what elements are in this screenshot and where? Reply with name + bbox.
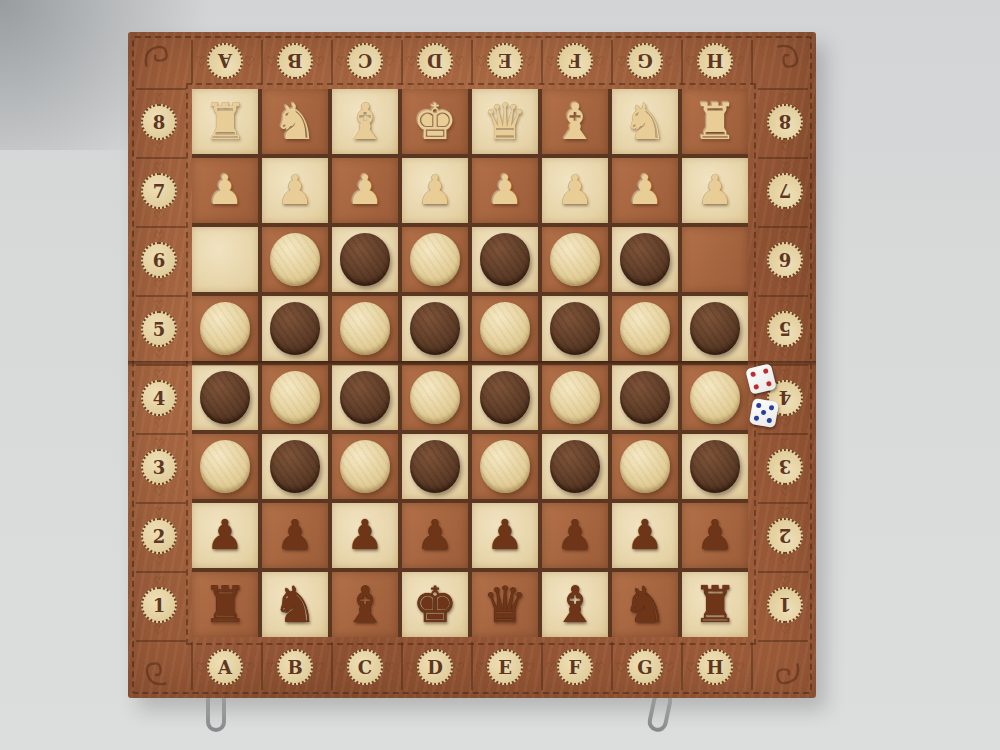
square-f3 xyxy=(542,434,608,499)
rank-label-left-7: 7 xyxy=(141,173,177,209)
scroll-ornament: ♡ xyxy=(685,660,697,675)
border-separator xyxy=(136,502,186,504)
dark-checker-d5 xyxy=(410,302,460,355)
border-separator xyxy=(758,88,808,90)
border-separator xyxy=(758,502,808,504)
square-h5 xyxy=(682,296,748,361)
border-separator xyxy=(541,40,543,84)
scroll-ornament: ♡ xyxy=(615,54,627,69)
white-pawn-e7: ♟ xyxy=(487,170,524,211)
light-checker-e3 xyxy=(480,440,530,493)
scroll-ornament: ♡ xyxy=(663,660,675,675)
die-pip xyxy=(753,416,759,422)
rank-label-right-7: 7 xyxy=(767,173,803,209)
file-label-top-b: B xyxy=(277,43,313,79)
scroll-ornament: ♡ xyxy=(453,660,465,675)
border-separator xyxy=(611,40,613,84)
rank-label-right-1: 1 xyxy=(767,587,803,623)
light-checker-d6 xyxy=(410,233,460,286)
square-b6 xyxy=(262,227,328,292)
square-c3 xyxy=(332,434,398,499)
square-a7: ♟ xyxy=(192,158,258,223)
square-d4 xyxy=(402,365,468,430)
rank-label-left-2: 2 xyxy=(141,518,177,554)
border-separator xyxy=(751,40,753,84)
scroll-ornament: ♡ xyxy=(523,54,535,69)
scroll-ornament: ♡ xyxy=(475,54,487,69)
die-pip xyxy=(753,384,759,390)
white-knight-b8: ♞ xyxy=(273,97,318,147)
square-a4 xyxy=(192,365,258,430)
square-d2: ♟ xyxy=(402,503,468,568)
square-b8: ♞ xyxy=(262,89,328,154)
scroll-ornament: ♡ xyxy=(153,208,165,223)
square-d8: ♚ xyxy=(402,89,468,154)
square-e5 xyxy=(472,296,538,361)
dark-checker-c6 xyxy=(340,233,390,286)
dark-checker-h3 xyxy=(690,440,740,493)
black-pawn-h2: ♟ xyxy=(697,515,734,556)
border-separator xyxy=(401,40,403,84)
file-label-bottom-e: E xyxy=(487,649,523,685)
border-separator xyxy=(401,642,403,690)
scroll-ornament: ♡ xyxy=(475,660,487,675)
die-pip xyxy=(767,418,773,424)
corner-scroll-ornament xyxy=(774,660,802,688)
square-c5 xyxy=(332,296,398,361)
scroll-ornament: ♡ xyxy=(195,660,207,675)
square-g1: ♞ xyxy=(612,572,678,637)
die-pip xyxy=(756,402,762,408)
scroll-ornament: ♡ xyxy=(313,54,325,69)
square-d6 xyxy=(402,227,468,292)
light-checker-b4 xyxy=(270,371,320,424)
square-f4 xyxy=(542,365,608,430)
rank-label-left-6: 6 xyxy=(141,242,177,278)
scroll-ornament: ♡ xyxy=(195,54,207,69)
die-pip xyxy=(761,410,767,416)
border-separator xyxy=(261,40,263,84)
corner-scroll-ornament xyxy=(142,42,170,70)
scroll-ornament: ♡ xyxy=(153,277,165,292)
square-a8: ♜ xyxy=(192,89,258,154)
white-knight-g8: ♞ xyxy=(623,97,668,147)
playing-grid: ♜♞♝♚♛♝♞♜♟♟♟♟♟♟♟♟♟♟♟♟♟♟♟♟♜♞♝♚♛♝♞♜ xyxy=(192,89,748,637)
light-checker-e5 xyxy=(480,302,530,355)
light-checker-c5 xyxy=(340,302,390,355)
square-h3 xyxy=(682,434,748,499)
square-g8: ♞ xyxy=(612,89,678,154)
light-checker-g3 xyxy=(620,440,670,493)
square-e7: ♟ xyxy=(472,158,538,223)
file-label-bottom-d: D xyxy=(417,649,453,685)
scroll-ornament: ♡ xyxy=(779,139,791,154)
rank-label-left-8: 8 xyxy=(141,104,177,140)
dark-checker-d3 xyxy=(410,440,460,493)
file-label-bottom-c: C xyxy=(347,649,383,685)
white-bishop-c8: ♝ xyxy=(343,97,388,147)
border-separator xyxy=(758,640,808,642)
square-e4 xyxy=(472,365,538,430)
dark-checker-c4 xyxy=(340,371,390,424)
rank-label-right-2: 2 xyxy=(767,518,803,554)
light-checker-f6 xyxy=(550,233,600,286)
border-separator xyxy=(191,40,193,84)
square-e1: ♛ xyxy=(472,572,538,637)
square-f6 xyxy=(542,227,608,292)
square-f1: ♝ xyxy=(542,572,608,637)
square-c2: ♟ xyxy=(332,503,398,568)
square-d5 xyxy=(402,296,468,361)
black-bishop-f1: ♝ xyxy=(553,580,598,630)
scroll-ornament: ♡ xyxy=(265,54,277,69)
square-g6 xyxy=(612,227,678,292)
rank-label-left-4: 4 xyxy=(141,380,177,416)
square-h7: ♟ xyxy=(682,158,748,223)
light-checker-a5 xyxy=(200,302,250,355)
dark-checker-b5 xyxy=(270,302,320,355)
scroll-ornament: ♡ xyxy=(545,660,557,675)
black-knight-b1: ♞ xyxy=(273,580,318,630)
scroll-ornament: ♡ xyxy=(779,277,791,292)
black-king-d1: ♚ xyxy=(413,580,458,630)
dark-checker-g4 xyxy=(620,371,670,424)
square-f5 xyxy=(542,296,608,361)
square-b5 xyxy=(262,296,328,361)
square-e6 xyxy=(472,227,538,292)
square-b1: ♞ xyxy=(262,572,328,637)
scroll-ornament: ♡ xyxy=(779,346,791,361)
die-pip-empty xyxy=(755,409,761,415)
border-separator xyxy=(136,433,186,435)
border-separator xyxy=(758,226,808,228)
white-rook-h8: ♜ xyxy=(693,97,738,147)
rank-label-left-1: 1 xyxy=(141,587,177,623)
square-g3 xyxy=(612,434,678,499)
die-pip-empty xyxy=(751,378,757,384)
black-queen-e1: ♛ xyxy=(483,580,528,630)
scroll-ornament: ♡ xyxy=(383,660,395,675)
scroll-ornament: ♡ xyxy=(153,484,165,499)
square-h8: ♜ xyxy=(682,89,748,154)
border-separator xyxy=(758,571,808,573)
black-pawn-d2: ♟ xyxy=(417,515,454,556)
dark-checker-f3 xyxy=(550,440,600,493)
black-rook-h1: ♜ xyxy=(693,580,738,630)
file-label-top-e: E xyxy=(487,43,523,79)
scroll-ornament: ♡ xyxy=(523,660,535,675)
black-bishop-c1: ♝ xyxy=(343,580,388,630)
square-b4 xyxy=(262,365,328,430)
border-separator xyxy=(758,295,808,297)
black-pawn-a2: ♟ xyxy=(207,515,244,556)
scroll-ornament: ♡ xyxy=(779,484,791,499)
file-label-top-h: H xyxy=(697,43,733,79)
white-bishop-f8: ♝ xyxy=(553,97,598,147)
light-checker-a3 xyxy=(200,440,250,493)
border-separator xyxy=(136,364,186,366)
square-e8: ♛ xyxy=(472,89,538,154)
black-pawn-f2: ♟ xyxy=(557,515,594,556)
scroll-ornament: ♡ xyxy=(335,660,347,675)
scroll-ornament: ♡ xyxy=(545,54,557,69)
light-checker-g5 xyxy=(620,302,670,355)
border-separator xyxy=(681,642,683,690)
scroll-ornament: ♡ xyxy=(405,54,417,69)
file-label-top-c: C xyxy=(347,43,383,79)
square-c7: ♟ xyxy=(332,158,398,223)
die-pip-empty xyxy=(760,417,766,423)
white-queen-e8: ♛ xyxy=(483,97,528,147)
white-king-d8: ♚ xyxy=(413,97,458,147)
die-pip xyxy=(766,381,772,387)
scroll-ornament: ♡ xyxy=(383,54,395,69)
scroll-ornament: ♡ xyxy=(663,54,675,69)
die-pip-empty xyxy=(764,374,770,380)
corner-scroll-ornament xyxy=(774,42,802,70)
border-separator xyxy=(191,642,193,690)
square-c6 xyxy=(332,227,398,292)
dark-checker-g6 xyxy=(620,233,670,286)
scroll-ornament: ♡ xyxy=(453,54,465,69)
scroll-ornament: ♡ xyxy=(779,622,791,637)
border-separator xyxy=(331,40,333,84)
dark-checker-e4 xyxy=(480,371,530,424)
file-label-top-a: A xyxy=(207,43,243,79)
dark-checker-a4 xyxy=(200,371,250,424)
scroll-ornament: ♡ xyxy=(593,54,605,69)
border-separator xyxy=(136,226,186,228)
square-e2: ♟ xyxy=(472,503,538,568)
square-d3 xyxy=(402,434,468,499)
rank-label-right-6: 6 xyxy=(767,242,803,278)
rank-label-left-3: 3 xyxy=(141,449,177,485)
rank-label-left-5: 5 xyxy=(141,311,177,347)
dark-checker-b3 xyxy=(270,440,320,493)
border-separator xyxy=(541,642,543,690)
die-pip-empty xyxy=(760,382,766,388)
white-pawn-f7: ♟ xyxy=(557,170,594,211)
square-g7: ♟ xyxy=(612,158,678,223)
square-g4 xyxy=(612,365,678,430)
white-pawn-g7: ♟ xyxy=(627,170,664,211)
black-pawn-g2: ♟ xyxy=(627,515,664,556)
scroll-ornament: ♡ xyxy=(153,139,165,154)
file-label-bottom-h: H xyxy=(697,649,733,685)
white-pawn-b7: ♟ xyxy=(277,170,314,211)
die-pip-empty xyxy=(762,404,768,410)
square-b3 xyxy=(262,434,328,499)
square-a5 xyxy=(192,296,258,361)
file-label-top-g: G xyxy=(627,43,663,79)
file-label-top-f: F xyxy=(557,43,593,79)
border-separator xyxy=(136,157,186,159)
white-pawn-h7: ♟ xyxy=(697,170,734,211)
square-a2: ♟ xyxy=(192,503,258,568)
scroll-ornament: ♡ xyxy=(153,553,165,568)
light-checker-c3 xyxy=(340,440,390,493)
black-rook-a1: ♜ xyxy=(203,580,248,630)
die-pip-empty xyxy=(756,369,762,375)
die-pip xyxy=(763,368,769,374)
square-h2: ♟ xyxy=(682,503,748,568)
light-checker-f4 xyxy=(550,371,600,424)
light-checker-h4 xyxy=(690,371,740,424)
border-separator xyxy=(471,642,473,690)
scroll-ornament: ♡ xyxy=(153,415,165,430)
scroll-ornament: ♡ xyxy=(615,660,627,675)
square-g2: ♟ xyxy=(612,503,678,568)
die-showing-5 xyxy=(749,398,779,428)
scroll-ornament: ♡ xyxy=(733,54,745,69)
square-c8: ♝ xyxy=(332,89,398,154)
border-separator xyxy=(681,40,683,84)
rank-label-right-5: 5 xyxy=(767,311,803,347)
square-f7: ♟ xyxy=(542,158,608,223)
border-separator xyxy=(611,642,613,690)
square-b7: ♟ xyxy=(262,158,328,223)
square-g5 xyxy=(612,296,678,361)
file-label-bottom-f: F xyxy=(557,649,593,685)
black-pawn-b2: ♟ xyxy=(277,515,314,556)
scroll-ornament: ♡ xyxy=(779,415,791,430)
rank-label-right-8: 8 xyxy=(767,104,803,140)
chess-checkers-board: ♜♞♝♚♛♝♞♜♟♟♟♟♟♟♟♟♟♟♟♟♟♟♟♟♜♞♝♚♛♝♞♜ AA♡♡♡♡B… xyxy=(128,32,816,698)
square-h4 xyxy=(682,365,748,430)
border-separator xyxy=(136,295,186,297)
dark-checker-e6 xyxy=(480,233,530,286)
scroll-ornament: ♡ xyxy=(243,54,255,69)
file-label-top-d: D xyxy=(417,43,453,79)
square-c4 xyxy=(332,365,398,430)
border-separator xyxy=(471,40,473,84)
rank-label-right-3: 3 xyxy=(767,449,803,485)
scroll-ornament: ♡ xyxy=(313,660,325,675)
scroll-ornament: ♡ xyxy=(153,622,165,637)
scroll-ornament: ♡ xyxy=(779,208,791,223)
white-pawn-d7: ♟ xyxy=(417,170,454,211)
scroll-ornament: ♡ xyxy=(733,660,745,675)
scroll-ornament: ♡ xyxy=(779,553,791,568)
border-separator xyxy=(136,571,186,573)
border-separator xyxy=(758,157,808,159)
square-f8: ♝ xyxy=(542,89,608,154)
scroll-ornament: ♡ xyxy=(335,54,347,69)
dark-checker-f5 xyxy=(550,302,600,355)
scroll-ornament: ♡ xyxy=(243,660,255,675)
square-a1: ♜ xyxy=(192,572,258,637)
die-pip-empty xyxy=(768,411,774,417)
light-checker-d4 xyxy=(410,371,460,424)
die-pip xyxy=(750,371,756,377)
border-separator xyxy=(136,88,186,90)
scroll-ornament: ♡ xyxy=(153,346,165,361)
file-label-bottom-b: B xyxy=(277,649,313,685)
border-separator xyxy=(331,642,333,690)
scroll-ornament: ♡ xyxy=(265,660,277,675)
white-pawn-c7: ♟ xyxy=(347,170,384,211)
border-separator xyxy=(261,642,263,690)
dark-checker-h5 xyxy=(690,302,740,355)
white-rook-a8: ♜ xyxy=(203,97,248,147)
black-pawn-e2: ♟ xyxy=(487,515,524,556)
square-e3 xyxy=(472,434,538,499)
border-separator xyxy=(751,642,753,690)
light-checker-b6 xyxy=(270,233,320,286)
file-label-bottom-g: G xyxy=(627,649,663,685)
black-pawn-c2: ♟ xyxy=(347,515,384,556)
square-d1: ♚ xyxy=(402,572,468,637)
square-c1: ♝ xyxy=(332,572,398,637)
square-d7: ♟ xyxy=(402,158,468,223)
scroll-ornament: ♡ xyxy=(685,54,697,69)
square-f2: ♟ xyxy=(542,503,608,568)
square-a6 xyxy=(192,227,258,292)
border-separator xyxy=(758,433,808,435)
corner-scroll-ornament xyxy=(142,660,170,688)
square-b2: ♟ xyxy=(262,503,328,568)
scroll-ornament: ♡ xyxy=(593,660,605,675)
die-pip-empty xyxy=(758,376,764,382)
file-label-bottom-a: A xyxy=(207,649,243,685)
white-pawn-a7: ♟ xyxy=(207,170,244,211)
square-h1: ♜ xyxy=(682,572,748,637)
border-separator xyxy=(136,640,186,642)
black-knight-g1: ♞ xyxy=(623,580,668,630)
square-a3 xyxy=(192,434,258,499)
scroll-ornament: ♡ xyxy=(405,660,417,675)
square-h6 xyxy=(682,227,748,292)
die-pip xyxy=(769,405,775,411)
